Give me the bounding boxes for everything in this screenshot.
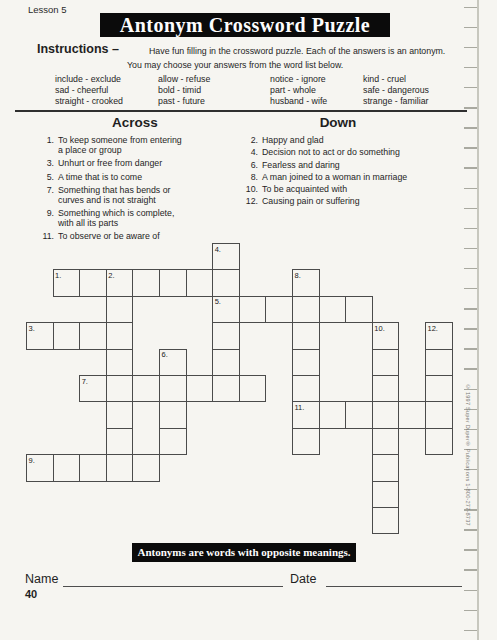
cell-number: 11.: [295, 403, 305, 412]
grid-cell[interactable]: [265, 296, 293, 323]
word-pair: notice - ignore: [270, 74, 327, 85]
grid-cell[interactable]: [186, 269, 214, 296]
down-heading: Down: [238, 115, 438, 130]
grid-cell[interactable]: [292, 349, 320, 376]
clue-number: 7.: [30, 186, 58, 196]
grid-cell[interactable]: [212, 375, 240, 402]
clue-number: 12.: [238, 197, 262, 207]
grid-cell[interactable]: [79, 269, 107, 296]
word-list-column: notice - ignore part - whole husband - w…: [270, 74, 327, 106]
grid-cell[interactable]: 8.: [292, 269, 320, 296]
grid-cell[interactable]: [372, 507, 400, 534]
clue-row: 8. A man joined to a woman in marriage: [238, 173, 463, 183]
grid-cell[interactable]: [79, 454, 107, 481]
grid-cell[interactable]: 12.: [425, 322, 453, 349]
grid-cell[interactable]: [372, 428, 400, 455]
clue-row: 3. Unhurt or free from danger: [30, 159, 230, 169]
clue-row: 2. Happy and glad: [238, 136, 463, 146]
clue-number: 2.: [238, 136, 262, 146]
word-pair: include - exclude: [55, 74, 123, 85]
instructions-text-line2: You may choose your answers from the wor…: [127, 60, 343, 70]
grid-cell[interactable]: [132, 454, 160, 481]
grid-cell[interactable]: [239, 296, 267, 323]
grid-cell[interactable]: 2.: [106, 269, 134, 296]
cell-number: 2.: [108, 271, 114, 280]
grid-cell[interactable]: [292, 322, 320, 349]
page-edge-line: [477, 0, 479, 640]
clue-text: Happy and glad: [262, 136, 458, 146]
grid-cell[interactable]: [53, 322, 81, 349]
grid-cell[interactable]: 11.: [292, 401, 320, 428]
clue-row: 6. Fearless and daring: [238, 161, 463, 171]
cell-number: 12.: [428, 324, 438, 333]
instructions-label: Instructions –: [37, 42, 119, 56]
grid-cell[interactable]: 1.: [53, 269, 81, 296]
clue-text: Unhurt or free from danger: [58, 159, 186, 169]
grid-cell[interactable]: [106, 349, 134, 376]
word-pair: straight - crooked: [55, 96, 123, 107]
grid-cell[interactable]: [106, 322, 134, 349]
grid-cell[interactable]: [292, 428, 320, 455]
clue-row: 1. To keep someone from entering a place…: [30, 136, 230, 155]
grid-cell[interactable]: [106, 454, 134, 481]
clue-text: Fearless and daring: [262, 161, 458, 171]
cell-number: 1.: [55, 271, 61, 280]
clue-row: 12. Causing pain or suffering: [238, 197, 463, 207]
grid-cell[interactable]: 6.: [159, 349, 187, 376]
word-pair: kind - cruel: [363, 74, 429, 85]
grid-cell[interactable]: [372, 375, 400, 402]
word-list-column: include - exclude sad - cheerful straigh…: [55, 74, 123, 106]
clue-row: 7. Something that has bends or curves an…: [30, 186, 230, 205]
word-pair: bold - timid: [158, 85, 210, 96]
grid-cell[interactable]: [212, 349, 240, 376]
clue-row: 9. Something which is complete, with all…: [30, 209, 230, 228]
clue-text: To keep someone from entering a place or…: [58, 136, 186, 155]
grid-cell[interactable]: [106, 296, 134, 323]
clue-number: 5.: [30, 173, 58, 183]
clue-number: 9.: [30, 209, 58, 219]
clue-number: 6.: [238, 161, 262, 171]
grid-cell[interactable]: [319, 401, 347, 428]
date-blank-line[interactable]: [326, 568, 462, 587]
grid-cell[interactable]: [372, 349, 400, 376]
clue-number: 11.: [30, 232, 58, 242]
across-clues-section: Across 1. To keep someone from entering …: [30, 115, 230, 246]
word-pair: husband - wife: [270, 96, 327, 107]
clue-text: To observe or be aware of: [58, 232, 186, 242]
cell-number: 6.: [162, 350, 168, 359]
grid-cell[interactable]: [79, 322, 107, 349]
grid-cell[interactable]: [159, 375, 187, 402]
grid-cell[interactable]: 10.: [372, 322, 400, 349]
word-pair: safe - dangerous: [363, 85, 429, 96]
word-pair: part - whole: [270, 85, 327, 96]
crossword-grid: 4.1.2.8.5.3.10.12.6.7.11.9.: [26, 243, 453, 534]
clue-row: 10. To be acquainted with: [238, 185, 463, 195]
clue-number: 8.: [238, 173, 262, 183]
grid-cell[interactable]: [159, 269, 187, 296]
grid-cell[interactable]: 7.: [79, 375, 107, 402]
word-pair: strange - familiar: [363, 96, 429, 107]
grid-cell[interactable]: [159, 428, 187, 455]
grid-cell[interactable]: 5.: [212, 296, 240, 323]
grid-cell[interactable]: [212, 322, 240, 349]
grid-cell[interactable]: [372, 454, 400, 481]
grid-cell[interactable]: [345, 401, 373, 428]
cell-number: 5.: [215, 297, 221, 306]
grid-cell[interactable]: [186, 375, 214, 402]
page-title: Antonym Crossword Puzzle: [100, 13, 390, 37]
clue-text: Something which is complete, with all it…: [58, 209, 186, 228]
cell-number: 4.: [215, 245, 221, 254]
cell-number: 9.: [29, 456, 35, 465]
grid-cell[interactable]: [239, 375, 267, 402]
date-label: Date: [290, 572, 316, 586]
clue-text: Decision not to act or do something: [262, 148, 458, 158]
grid-cell[interactable]: [372, 401, 400, 428]
cell-number: 3.: [29, 324, 35, 333]
clue-row: 4. Decision not to act or do something: [238, 148, 463, 158]
clue-text: Causing pain or suffering: [262, 197, 458, 207]
cell-number: 8.: [295, 271, 301, 280]
grid-cell[interactable]: [319, 296, 347, 323]
grid-cell[interactable]: [398, 401, 426, 428]
grid-cell[interactable]: 3.: [26, 322, 54, 349]
name-label: Name: [25, 572, 58, 586]
clue-text: A man joined to a woman in marriage: [262, 173, 458, 183]
name-blank-line[interactable]: [63, 568, 283, 587]
grid-cell[interactable]: [159, 401, 187, 428]
cell-number: 7.: [82, 377, 88, 386]
grid-cell[interactable]: [106, 428, 134, 455]
word-pair: allow - refuse: [158, 74, 210, 85]
instructions-text-line1: Have fun filling in the crossword puzzle…: [149, 46, 445, 56]
grid-cell[interactable]: [292, 375, 320, 402]
word-list-column: allow - refuse bold - timid past - futur…: [158, 74, 210, 106]
across-heading: Across: [30, 115, 240, 130]
grid-cell[interactable]: [106, 375, 134, 402]
grid-cell[interactable]: [425, 428, 453, 455]
copyright-text: © 1997 Super Duper® Publications 1-800-2…: [459, 384, 471, 548]
grid-cell[interactable]: [425, 349, 453, 376]
cell-number: 10.: [374, 324, 384, 333]
grid-cell[interactable]: [53, 454, 81, 481]
lesson-label: Lesson 5: [28, 4, 67, 15]
down-clues-section: Down 2. Happy and glad 4. Decision not t…: [238, 115, 463, 210]
grid-cell[interactable]: [212, 269, 240, 296]
divider-rule: [15, 110, 467, 112]
grid-cell[interactable]: [425, 375, 453, 402]
grid-cell[interactable]: [132, 375, 160, 402]
grid-cell[interactable]: [106, 401, 134, 428]
word-pair: sad - cheerful: [55, 85, 123, 96]
footer-banner: Antonyms are words with opposite meaning…: [132, 543, 356, 562]
word-pair: past - future: [158, 96, 210, 107]
clue-number: 3.: [30, 159, 58, 169]
grid-cell[interactable]: [372, 481, 400, 508]
word-list-column: kind - cruel safe - dangerous strange - …: [363, 74, 429, 106]
grid-cell[interactable]: [425, 401, 453, 428]
clue-number: 4.: [238, 148, 262, 158]
clue-number: 1.: [30, 136, 58, 146]
grid-cell[interactable]: [345, 296, 373, 323]
clue-text: Something that has bends or curves and i…: [58, 186, 186, 205]
grid-cell[interactable]: 9.: [26, 454, 54, 481]
grid-cell[interactable]: [132, 269, 160, 296]
grid-cell[interactable]: [292, 296, 320, 323]
clue-text: A time that is to come: [58, 173, 186, 183]
clue-row: 5. A time that is to come: [30, 173, 230, 183]
grid-cell[interactable]: 4.: [212, 243, 240, 270]
clue-text: To be acquainted with: [262, 185, 458, 195]
clue-row: 11. To observe or be aware of: [30, 232, 230, 242]
clue-number: 10.: [238, 185, 262, 195]
page-number: 40: [25, 588, 37, 600]
